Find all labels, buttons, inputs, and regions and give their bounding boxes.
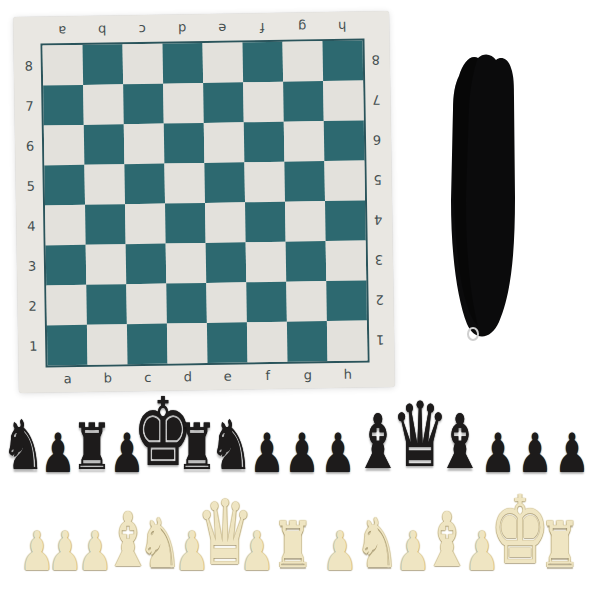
square-e1[interactable] [207, 322, 248, 363]
square-d3[interactable] [166, 243, 207, 284]
pawn-glyph: ♟ [517, 426, 552, 480]
square-a8[interactable] [43, 45, 84, 86]
square-a4[interactable] [45, 205, 86, 246]
white-rook[interactable]: ♜ [536, 524, 584, 578]
piece-bag [438, 48, 530, 346]
file-label-b: b [88, 366, 128, 389]
square-g6[interactable] [284, 121, 325, 162]
square-a2[interactable] [46, 285, 87, 326]
square-g7[interactable] [283, 81, 324, 122]
pawn-glyph: ♟ [284, 426, 319, 480]
square-f8[interactable] [242, 42, 283, 83]
square-e4[interactable] [205, 202, 246, 243]
file-label-e: e [208, 364, 248, 387]
square-g8[interactable] [282, 41, 323, 82]
square-h7[interactable] [323, 80, 364, 121]
rank-label-8: 8 [18, 46, 41, 86]
square-c6[interactable] [124, 124, 165, 165]
square-f7[interactable] [243, 82, 284, 123]
file-label-h: h [328, 362, 368, 385]
square-c7[interactable] [123, 84, 164, 125]
square-g3[interactable] [286, 241, 327, 282]
square-d2[interactable] [166, 283, 207, 324]
square-b6[interactable] [84, 124, 125, 165]
square-d4[interactable] [165, 203, 206, 244]
rank-label-2: 2 [368, 280, 391, 320]
rook-glyph: ♜ [539, 514, 580, 578]
square-g5[interactable] [284, 161, 325, 202]
square-c2[interactable] [126, 284, 167, 325]
file-label-a: a [42, 20, 82, 43]
square-a7[interactable] [43, 85, 84, 126]
file-labels-bottom: abcdefgh [48, 362, 368, 389]
square-d8[interactable] [163, 43, 204, 84]
square-d6[interactable] [164, 123, 205, 164]
square-b3[interactable] [86, 244, 127, 285]
rank-label-5: 5 [366, 160, 389, 200]
pawn-glyph: ♟ [480, 426, 515, 480]
square-b7[interactable] [83, 84, 124, 125]
square-b5[interactable] [84, 164, 125, 205]
rank-label-8: 8 [364, 40, 387, 80]
square-c1[interactable] [127, 324, 168, 365]
square-c4[interactable] [125, 204, 166, 245]
square-b1[interactable] [87, 324, 128, 365]
square-e7[interactable] [203, 82, 244, 123]
rank-label-2: 2 [21, 286, 44, 326]
rank-label-4: 4 [20, 206, 43, 246]
square-e6[interactable] [204, 122, 245, 163]
square-h6[interactable] [324, 120, 365, 161]
pawn-glyph: ♟ [554, 426, 589, 480]
rank-label-6: 6 [366, 120, 389, 160]
square-f3[interactable] [246, 242, 287, 283]
square-b2[interactable] [86, 284, 127, 325]
file-label-g: g [288, 363, 328, 386]
square-e8[interactable] [203, 42, 244, 83]
square-e2[interactable] [206, 282, 247, 323]
square-f1[interactable] [247, 322, 288, 363]
square-c8[interactable] [123, 44, 164, 85]
black-pawn[interactable]: ♟ [551, 434, 592, 480]
rank-label-1: 1 [22, 326, 45, 366]
square-h8[interactable] [322, 40, 363, 81]
square-d5[interactable] [164, 163, 205, 204]
square-c5[interactable] [124, 164, 165, 205]
square-g1[interactable] [287, 321, 328, 362]
square-h5[interactable] [324, 160, 365, 201]
square-h1[interactable] [327, 320, 368, 361]
square-f5[interactable] [244, 162, 285, 203]
file-label-e: e [202, 17, 242, 40]
square-h2[interactable] [326, 280, 367, 321]
square-a6[interactable] [44, 125, 85, 166]
rank-label-5: 5 [19, 166, 42, 206]
square-c3[interactable] [126, 244, 167, 285]
rank-labels-right: 87654321 [364, 40, 391, 360]
black-pawn[interactable]: ♟ [514, 434, 555, 480]
square-g4[interactable] [285, 201, 326, 242]
rank-label-7: 7 [18, 86, 41, 126]
square-g2[interactable] [286, 281, 327, 322]
square-h3[interactable] [326, 240, 367, 281]
rank-label-3: 3 [21, 246, 44, 286]
rank-label-4: 4 [367, 200, 390, 240]
square-b4[interactable] [85, 204, 126, 245]
roll-up-chessboard: abcdefgh 87654321 87654321 abcdefgh [13, 11, 395, 393]
rank-label-7: 7 [365, 80, 388, 120]
square-f2[interactable] [246, 282, 287, 323]
square-f4[interactable] [245, 202, 286, 243]
square-d1[interactable] [167, 323, 208, 364]
file-label-f: f [248, 364, 288, 387]
file-label-d: d [162, 18, 202, 41]
file-label-h: h [322, 15, 362, 38]
square-e5[interactable] [204, 162, 245, 203]
file-label-f: f [242, 17, 282, 40]
square-a3[interactable] [46, 245, 87, 286]
pawn-glyph: ♟ [249, 426, 284, 480]
file-label-g: g [282, 16, 322, 39]
square-e3[interactable] [206, 242, 247, 283]
rook-glyph: ♜ [272, 514, 313, 578]
file-label-c: c [122, 19, 162, 42]
square-h4[interactable] [325, 200, 366, 241]
white-rook[interactable]: ♜ [269, 524, 317, 578]
board-grid [40, 38, 369, 367]
square-f6[interactable] [244, 122, 285, 163]
square-b8[interactable] [83, 44, 124, 85]
file-label-a: a [48, 367, 88, 390]
black-pawn[interactable]: ♟ [477, 434, 518, 480]
rank-label-1: 1 [369, 320, 392, 360]
rank-label-3: 3 [368, 240, 391, 280]
square-a5[interactable] [44, 165, 85, 206]
file-label-b: b [82, 19, 122, 42]
square-d7[interactable] [163, 83, 204, 124]
rank-label-6: 6 [19, 126, 42, 166]
square-a1[interactable] [47, 325, 88, 366]
chess-set-photo: abcdefgh 87654321 87654321 abcdefgh ♞♟♜♟… [0, 0, 600, 600]
